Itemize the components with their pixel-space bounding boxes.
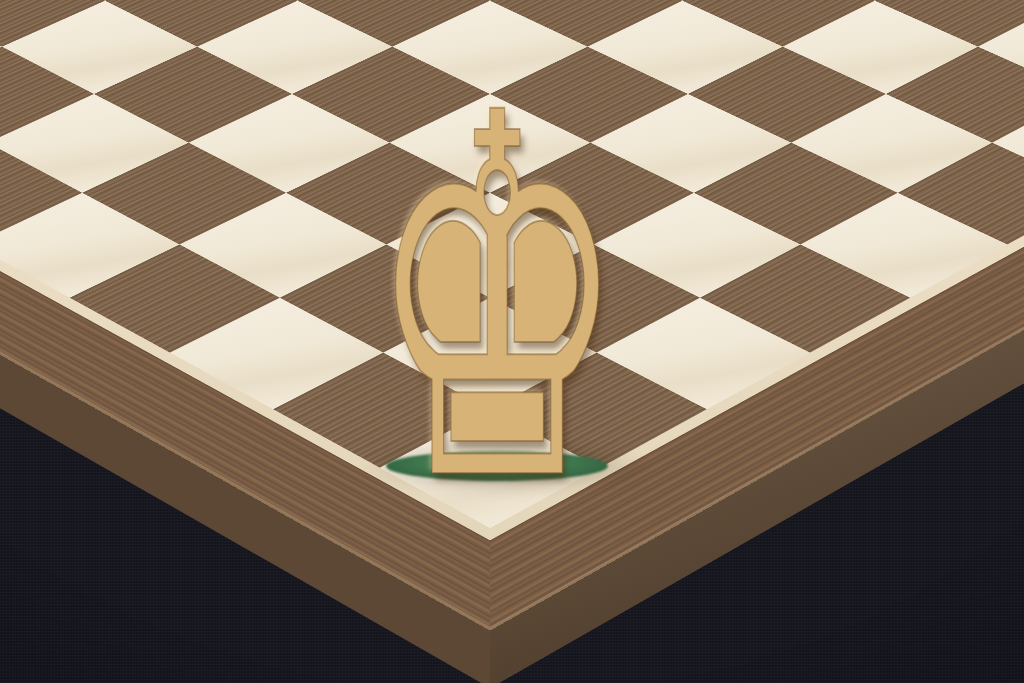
white-king-glyph: ♚ [367, 105, 627, 495]
white-king: ♚ [317, 105, 677, 495]
photo-stage: ♚ [0, 0, 1024, 683]
